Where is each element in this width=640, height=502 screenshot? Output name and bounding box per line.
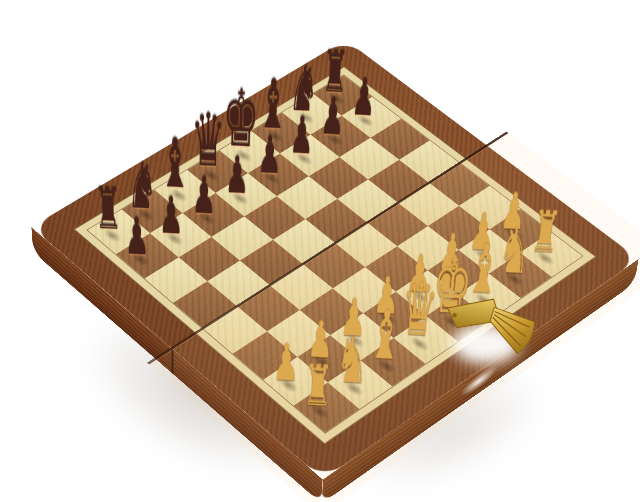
brass-clasp-icon xyxy=(438,282,556,382)
chess-box: ♜♟♟♜♞♟♟♞♝♟♟♝♚♟♟♚♛♟♟♛♝♟♟♝♞♟♟♞♜♟♟♜ xyxy=(31,40,638,480)
scene-3d: ♜♟♟♜♞♟♟♞♝♟♟♝♚♟♟♚♛♟♟♛♝♟♟♝♞♟♟♞♜♟♟♜ xyxy=(0,0,640,502)
piece-black-pawn: ♟ xyxy=(112,209,160,263)
photo-stage: { "game": "chess", "scene": { "object": … xyxy=(0,0,640,502)
piece-white-rook: ♜ xyxy=(292,357,344,416)
